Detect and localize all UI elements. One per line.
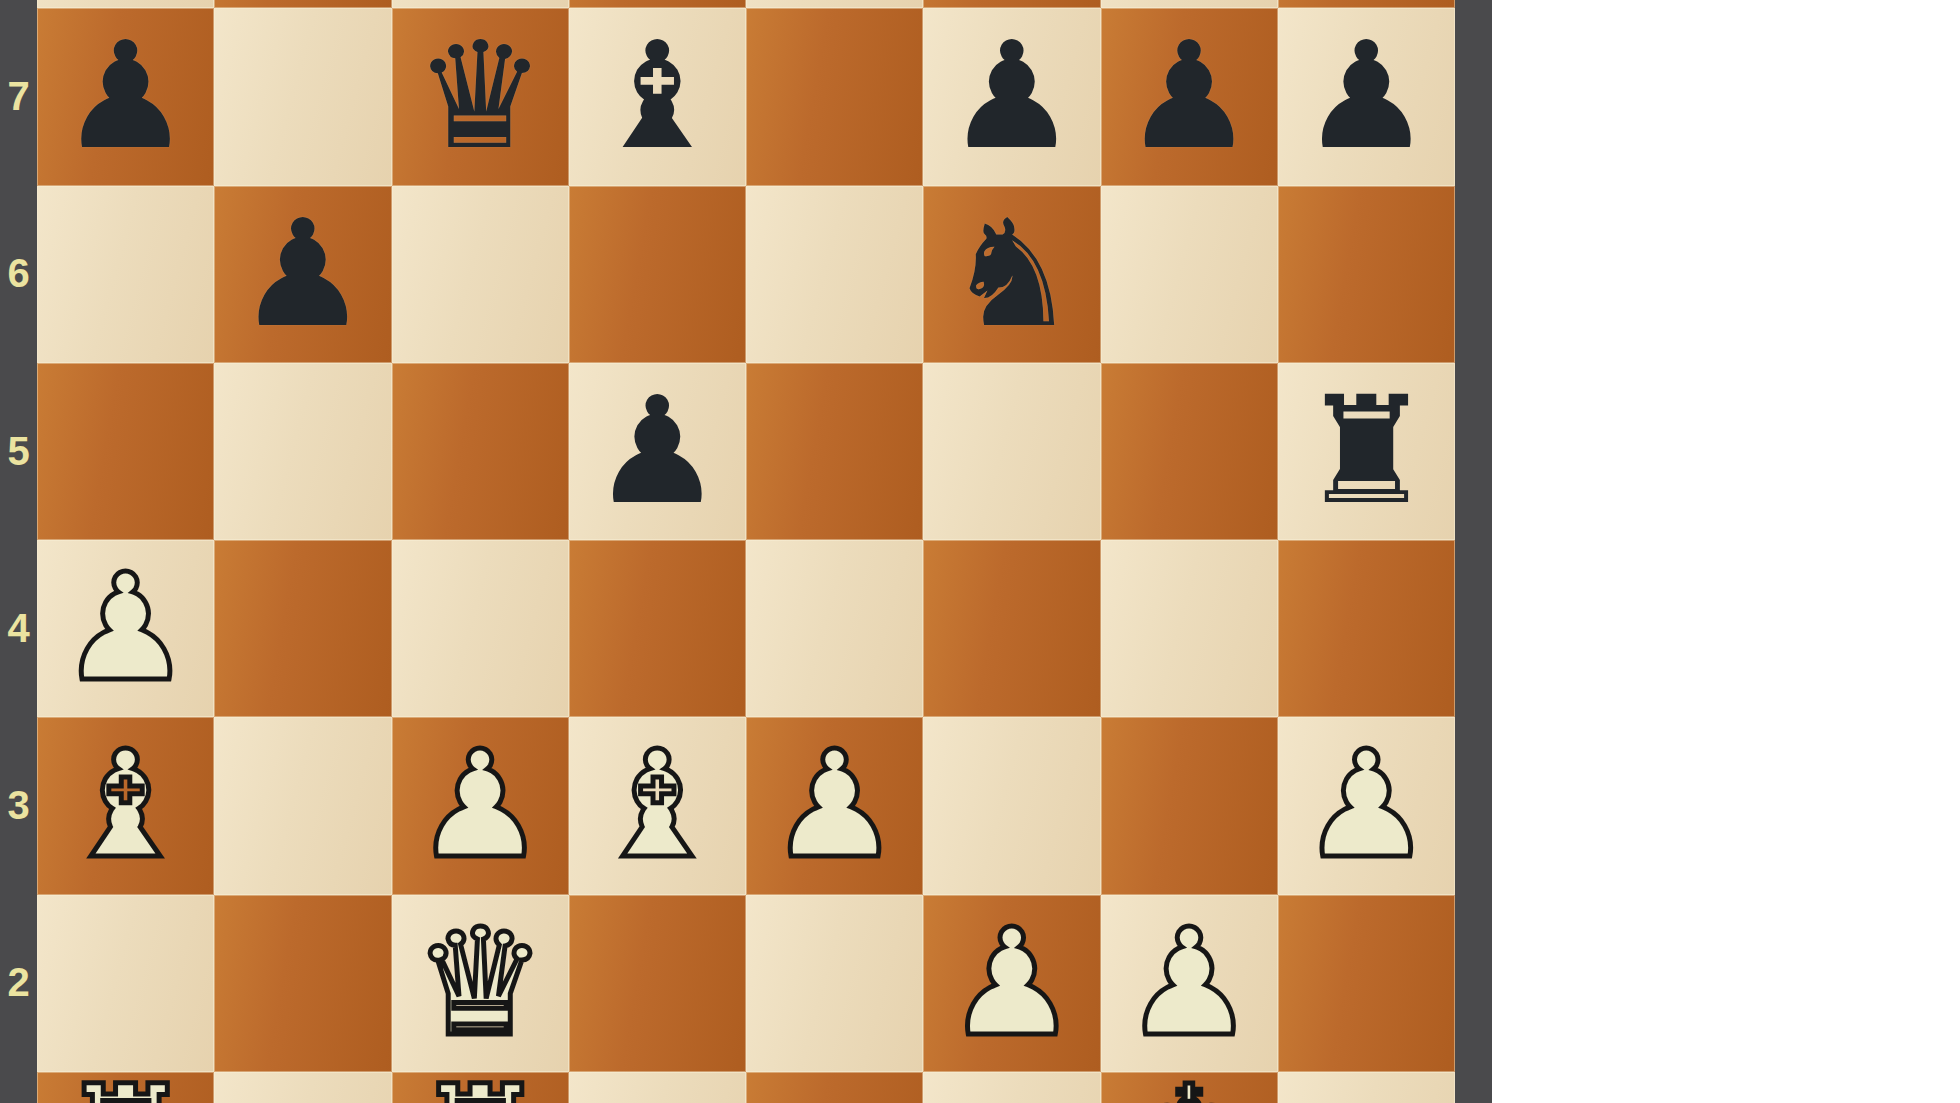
rank-label-3: 3 — [0, 780, 37, 830]
piece-black-pawn-f7[interactable]: ♟ — [923, 8, 1100, 185]
square-g4[interactable] — [1101, 540, 1278, 717]
square-g6[interactable] — [1101, 186, 1278, 363]
square-f8[interactable] — [923, 0, 1100, 8]
piece-white-bishop-d3[interactable]: ♝ — [569, 717, 746, 894]
square-d5[interactable]: ♟ — [569, 363, 746, 540]
square-b6[interactable]: ♟ — [214, 186, 391, 363]
square-g5[interactable] — [1101, 363, 1278, 540]
board-right-edge-strip — [1455, 0, 1492, 1103]
piece-black-rook-h5[interactable]: ♜ — [1278, 363, 1455, 540]
piece-black-pawn-b6[interactable]: ♟ — [214, 186, 391, 363]
square-d8[interactable] — [569, 0, 746, 8]
square-f7[interactable]: ♟ — [923, 8, 1100, 185]
square-a7[interactable]: ♟ — [37, 8, 214, 185]
square-a8[interactable] — [37, 0, 214, 8]
piece-white-queen-c2[interactable]: ♛ — [392, 895, 569, 1072]
square-f5[interactable] — [923, 363, 1100, 540]
piece-black-pawn-g7[interactable]: ♟ — [1101, 8, 1278, 185]
square-a4[interactable]: ♟ — [37, 540, 214, 717]
piece-white-pawn-e3[interactable]: ♟ — [746, 717, 923, 894]
rank-label-6: 6 — [0, 248, 37, 298]
square-e2[interactable] — [746, 895, 923, 1072]
square-d2[interactable] — [569, 895, 746, 1072]
rank-label-5: 5 — [0, 426, 37, 476]
square-h4[interactable] — [1278, 540, 1455, 717]
square-e1[interactable] — [746, 1072, 923, 1103]
square-f6[interactable]: ♞ — [923, 186, 1100, 363]
piece-black-pawn-a7[interactable]: ♟ — [37, 8, 214, 185]
piece-white-pawn-a4[interactable]: ♟ — [37, 540, 214, 717]
square-a6[interactable] — [37, 186, 214, 363]
square-d1[interactable] — [569, 1072, 746, 1103]
square-c1[interactable]: ♜ — [392, 1072, 569, 1103]
square-d3[interactable]: ♝ — [569, 717, 746, 894]
square-c4[interactable] — [392, 540, 569, 717]
square-d7[interactable]: ♝ — [569, 8, 746, 185]
piece-white-pawn-c3[interactable]: ♟ — [392, 717, 569, 894]
square-g2[interactable]: ♟ — [1101, 895, 1278, 1072]
square-h2[interactable] — [1278, 895, 1455, 1072]
square-a3[interactable]: ♝ — [37, 717, 214, 894]
piece-black-pawn-d5[interactable]: ♟ — [569, 363, 746, 540]
square-e8[interactable] — [746, 0, 923, 8]
rank-label-7: 7 — [0, 71, 37, 121]
square-c8[interactable] — [392, 0, 569, 8]
rank-label-2: 2 — [0, 957, 37, 1007]
piece-white-king-g1[interactable]: ♚ — [1101, 1052, 1278, 1103]
square-g1[interactable]: ♚ — [1101, 1072, 1278, 1103]
square-g3[interactable] — [1101, 717, 1278, 894]
square-b3[interactable] — [214, 717, 391, 894]
square-f2[interactable]: ♟ — [923, 895, 1100, 1072]
square-c2[interactable]: ♛ — [392, 895, 569, 1072]
square-c5[interactable] — [392, 363, 569, 540]
square-d4[interactable] — [569, 540, 746, 717]
piece-black-queen-c7[interactable]: ♛ — [392, 8, 569, 185]
square-a1[interactable]: ♜ — [37, 1072, 214, 1103]
square-g7[interactable]: ♟ — [1101, 8, 1278, 185]
square-h6[interactable] — [1278, 186, 1455, 363]
piece-white-bishop-a3[interactable]: ♝ — [37, 717, 214, 894]
square-g8[interactable] — [1101, 0, 1278, 8]
piece-black-bishop-d7[interactable]: ♝ — [569, 8, 746, 185]
square-b2[interactable] — [214, 895, 391, 1072]
square-h8[interactable] — [1278, 0, 1455, 8]
chess-board: ♟♛♝♟♟♟♟♞♟♜♟♝♟♝♟♟♛♟♟♜♜♚ — [37, 0, 1455, 1103]
square-e5[interactable] — [746, 363, 923, 540]
rank-label-4: 4 — [0, 603, 37, 653]
board-viewport: ♟♛♝♟♟♟♟♞♟♜♟♝♟♝♟♟♛♟♟♜♜♚ — [37, 0, 1455, 1103]
square-a5[interactable] — [37, 363, 214, 540]
square-b1[interactable] — [214, 1072, 391, 1103]
rank-label-gutter: 765432 — [0, 0, 37, 1103]
piece-black-knight-f6[interactable]: ♞ — [923, 186, 1100, 363]
square-b7[interactable] — [214, 8, 391, 185]
square-b8[interactable] — [214, 0, 391, 8]
square-e7[interactable] — [746, 8, 923, 185]
piece-white-pawn-h3[interactable]: ♟ — [1278, 717, 1455, 894]
square-c6[interactable] — [392, 186, 569, 363]
square-e3[interactable]: ♟ — [746, 717, 923, 894]
square-c3[interactable]: ♟ — [392, 717, 569, 894]
square-h7[interactable]: ♟ — [1278, 8, 1455, 185]
square-h1[interactable] — [1278, 1072, 1455, 1103]
square-b5[interactable] — [214, 363, 391, 540]
square-b4[interactable] — [214, 540, 391, 717]
square-e4[interactable] — [746, 540, 923, 717]
piece-white-rook-c1[interactable]: ♜ — [392, 1052, 569, 1103]
square-h3[interactable]: ♟ — [1278, 717, 1455, 894]
piece-black-pawn-h7[interactable]: ♟ — [1278, 8, 1455, 185]
square-h5[interactable]: ♜ — [1278, 363, 1455, 540]
piece-white-rook-a1[interactable]: ♜ — [37, 1052, 214, 1103]
piece-white-pawn-g2[interactable]: ♟ — [1101, 895, 1278, 1072]
square-d6[interactable] — [569, 186, 746, 363]
square-f3[interactable] — [923, 717, 1100, 894]
square-e6[interactable] — [746, 186, 923, 363]
square-c7[interactable]: ♛ — [392, 8, 569, 185]
square-f1[interactable] — [923, 1072, 1100, 1103]
piece-white-pawn-f2[interactable]: ♟ — [923, 895, 1100, 1072]
square-a2[interactable] — [37, 895, 214, 1072]
square-f4[interactable] — [923, 540, 1100, 717]
